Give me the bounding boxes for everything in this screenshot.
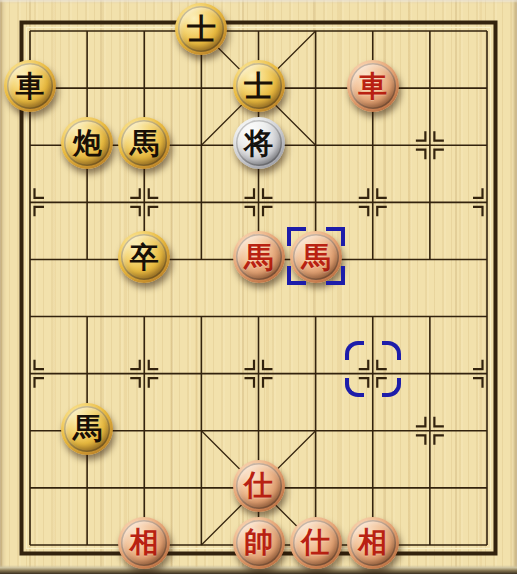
piece-black-advisor[interactable]: 士 [175, 3, 227, 55]
piece-red-advisor[interactable]: 仕 [290, 517, 342, 569]
piece-black-horse[interactable]: 馬 [118, 117, 170, 169]
piece-black-chariot[interactable]: 車 [4, 60, 56, 112]
piece-red-elephant[interactable]: 相 [347, 517, 399, 569]
piece-black-advisor[interactable]: 士 [233, 60, 285, 112]
piece-red-horse[interactable]: 馬 [290, 231, 342, 283]
piece-black-cannon[interactable]: 炮 [61, 117, 113, 169]
piece-black-horse[interactable]: 馬 [61, 403, 113, 455]
piece-red-chariot[interactable]: 車 [347, 60, 399, 112]
piece-red-elephant[interactable]: 相 [118, 517, 170, 569]
piece-red-horse[interactable]: 馬 [233, 231, 285, 283]
piece-black-general[interactable]: 将 [233, 117, 285, 169]
xiangqi-board: 士車士炮馬将卒馬車馬馬仕相帥仕相 [0, 0, 517, 574]
piece-black-soldier[interactable]: 卒 [118, 231, 170, 283]
piece-red-general[interactable]: 帥 [233, 517, 285, 569]
piece-red-advisor[interactable]: 仕 [233, 460, 285, 512]
